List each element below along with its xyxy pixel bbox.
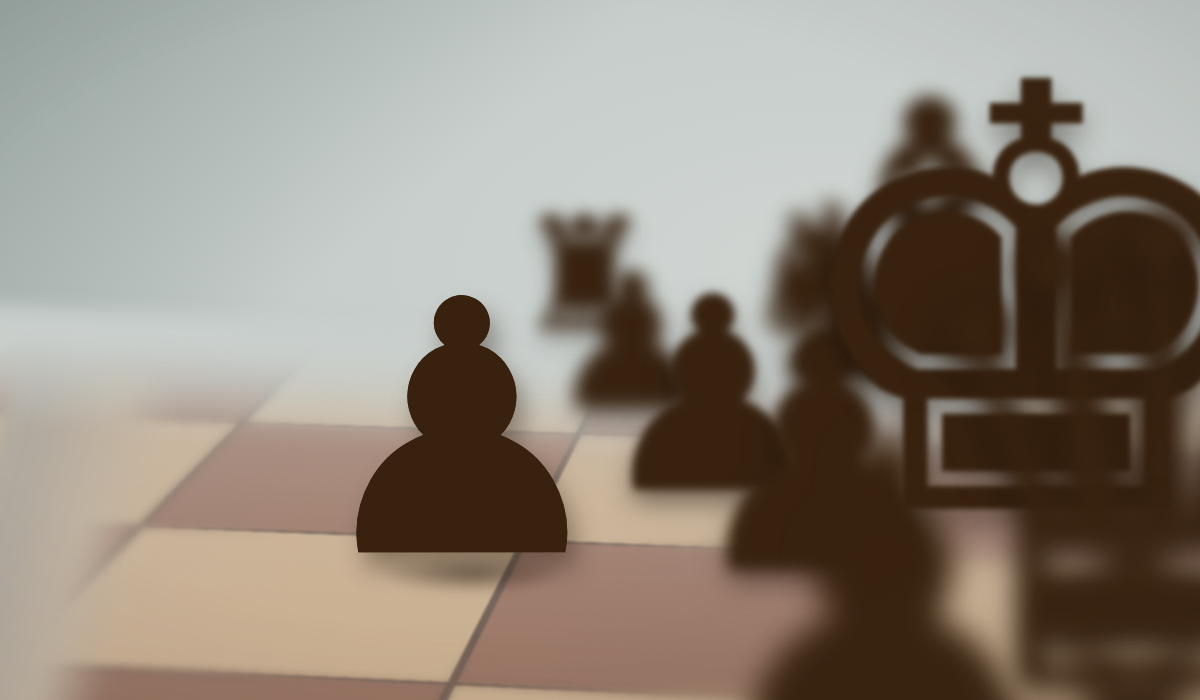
- chess-photo-scene: ♜♟♞♟♝♟♚♛♟♝♟: [0, 0, 1200, 700]
- pieces-layer: ♜♟♞♟♝♟♚♛♟♝♟: [0, 0, 1200, 700]
- piece-pawn-d5[interactable]: ♟: [304, 254, 620, 606]
- piece-bishop-c8[interactable]: ♝: [938, 465, 1200, 700]
